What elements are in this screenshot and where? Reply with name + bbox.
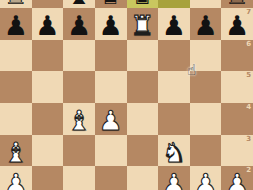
square-d7[interactable]: ♟ [95,8,127,40]
square-d5[interactable] [95,71,127,103]
square-d4[interactable]: ♟ [95,103,127,135]
square-a4[interactable] [0,103,32,135]
chess-board: ♜♝♛♚♜♟♟♟♟♜♟♟♟765♝♟4♝♞3♟♟♟♟2 [0,0,253,190]
square-a6[interactable] [0,40,32,72]
square-h7[interactable]: ♟7 [221,8,253,40]
piece-black-pawn[interactable]: ♟ [32,10,64,42]
square-e7[interactable]: ♜ [127,8,159,40]
square-c8[interactable]: ♝ [63,0,95,8]
square-b3[interactable] [32,135,64,167]
square-h2[interactable]: ♟2 [221,166,253,190]
piece-black-pawn[interactable]: ♟ [190,10,222,42]
square-b8[interactable] [32,0,64,8]
chess-app-viewport: ♜♝♛♚♜♟♟♟♟♜♟♟♟765♝♟4♝♞3♟♟♟♟2 ☝ [0,0,253,190]
square-g8[interactable] [190,0,222,8]
square-b4[interactable] [32,103,64,135]
square-e2[interactable] [127,166,159,190]
square-a8[interactable]: ♜ [0,0,32,8]
square-c5[interactable] [63,71,95,103]
square-d3[interactable] [95,135,127,167]
square-h3[interactable]: 3 [221,135,253,167]
square-h6[interactable]: 6 [221,40,253,72]
square-e8[interactable]: ♚ [127,0,159,8]
square-d6[interactable] [95,40,127,72]
square-b6[interactable] [32,40,64,72]
square-c4[interactable]: ♝ [63,103,95,135]
square-f3[interactable]: ♞ [158,135,190,167]
piece-white-knight[interactable]: ♞ [158,137,190,169]
square-g2[interactable]: ♟ [190,166,222,190]
square-h5[interactable]: 5 [221,71,253,103]
square-c3[interactable] [63,135,95,167]
piece-white-pawn[interactable]: ♟ [158,168,190,190]
square-b7[interactable]: ♟ [32,8,64,40]
square-e4[interactable] [127,103,159,135]
square-g7[interactable]: ♟ [190,8,222,40]
piece-white-rook[interactable]: ♜ [127,10,159,42]
square-d8[interactable]: ♛ [95,0,127,8]
square-c6[interactable] [63,40,95,72]
square-a5[interactable] [0,71,32,103]
rank-coordinate-3: 3 [246,136,251,143]
square-f4[interactable] [158,103,190,135]
square-e6[interactable] [127,40,159,72]
square-h8[interactable]: ♜ [221,0,253,8]
square-a7[interactable]: ♟ [0,8,32,40]
square-g6[interactable] [190,40,222,72]
rank-coordinate-6: 6 [246,41,251,48]
square-b2[interactable] [32,166,64,190]
square-e3[interactable] [127,135,159,167]
piece-white-pawn[interactable]: ♟ [190,168,222,190]
square-c2[interactable] [63,166,95,190]
piece-white-pawn[interactable]: ♟ [0,168,32,190]
square-h4[interactable]: 4 [221,103,253,135]
piece-white-pawn[interactable]: ♟ [95,105,127,137]
square-g4[interactable] [190,103,222,135]
square-e5[interactable] [127,71,159,103]
piece-black-pawn[interactable]: ♟ [95,10,127,42]
square-b5[interactable] [32,71,64,103]
square-f7[interactable]: ♟ [158,8,190,40]
square-f2[interactable]: ♟ [158,166,190,190]
square-g3[interactable] [190,135,222,167]
square-f6[interactable] [158,40,190,72]
square-c7[interactable]: ♟ [63,8,95,40]
square-a2[interactable]: ♟ [0,166,32,190]
rank-coordinate-5: 5 [246,72,251,79]
piece-black-pawn[interactable]: ♟ [158,10,190,42]
piece-black-pawn[interactable]: ♟ [0,10,32,42]
square-a3[interactable]: ♝ [0,135,32,167]
piece-white-bishop[interactable]: ♝ [0,137,32,169]
piece-white-bishop[interactable]: ♝ [63,105,95,137]
piece-white-pawn[interactable]: ♟ [221,168,253,190]
square-f8[interactable] [158,0,190,8]
rank-coordinate-4: 4 [246,104,251,111]
square-d2[interactable] [95,166,127,190]
square-f5[interactable] [158,71,190,103]
square-g5[interactable] [190,71,222,103]
piece-black-pawn[interactable]: ♟ [63,10,95,42]
piece-black-pawn[interactable]: ♟ [221,10,253,42]
